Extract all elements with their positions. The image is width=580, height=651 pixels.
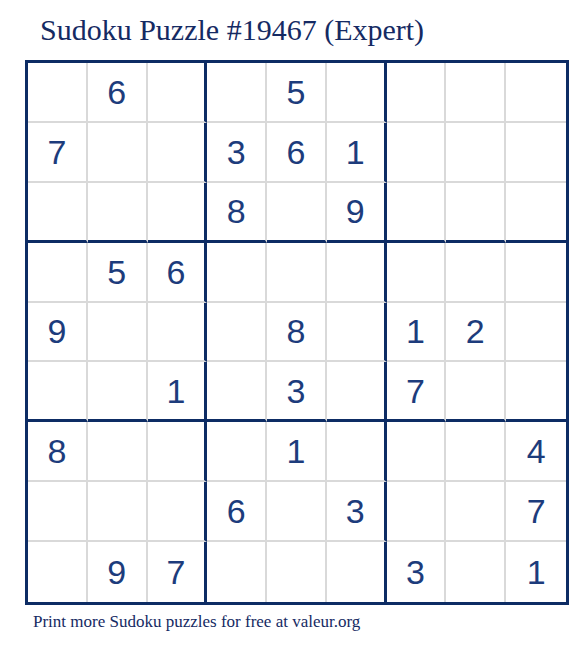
cell-r3c1 <box>28 183 88 243</box>
cell-r6c5: 3 <box>267 362 327 422</box>
cell-r8c1 <box>28 482 88 542</box>
cell-r9c2: 9 <box>88 542 148 602</box>
cell-r1c4 <box>207 63 267 123</box>
cell-r4c4 <box>207 243 267 303</box>
cell-r5c9 <box>506 303 566 363</box>
cell-r6c3: 1 <box>148 362 208 422</box>
cell-r5c7: 1 <box>387 303 447 363</box>
cell-r7c7 <box>387 422 447 482</box>
cell-r1c7 <box>387 63 447 123</box>
cell-r2c8 <box>446 123 506 183</box>
footer-text: Print more Sudoku puzzles for free at va… <box>33 612 360 632</box>
cell-r8c2 <box>88 482 148 542</box>
cell-r3c7 <box>387 183 447 243</box>
cell-r3c5 <box>267 183 327 243</box>
cell-r7c9: 4 <box>506 422 566 482</box>
cell-r2c9 <box>506 123 566 183</box>
cell-r3c2 <box>88 183 148 243</box>
cell-r1c1 <box>28 63 88 123</box>
cell-r5c1: 9 <box>28 303 88 363</box>
cell-r2c1: 7 <box>28 123 88 183</box>
cell-r9c3: 7 <box>148 542 208 602</box>
cell-r6c4 <box>207 362 267 422</box>
cell-r7c1: 8 <box>28 422 88 482</box>
cell-r9c4 <box>207 542 267 602</box>
cell-r5c6 <box>327 303 387 363</box>
cell-r8c8 <box>446 482 506 542</box>
cell-r8c4: 6 <box>207 482 267 542</box>
cell-r6c6 <box>327 362 387 422</box>
cell-r3c3 <box>148 183 208 243</box>
cell-r9c9: 1 <box>506 542 566 602</box>
cell-r2c3 <box>148 123 208 183</box>
cell-r1c2: 6 <box>88 63 148 123</box>
cell-r6c1 <box>28 362 88 422</box>
cell-r6c9 <box>506 362 566 422</box>
cell-r1c8 <box>446 63 506 123</box>
cell-r4c1 <box>28 243 88 303</box>
cell-r7c6 <box>327 422 387 482</box>
cell-r4c8 <box>446 243 506 303</box>
cell-r3c9 <box>506 183 566 243</box>
cell-r9c5 <box>267 542 327 602</box>
cell-r1c6 <box>327 63 387 123</box>
cell-r9c6 <box>327 542 387 602</box>
cell-r8c9: 7 <box>506 482 566 542</box>
cell-r4c7 <box>387 243 447 303</box>
cell-r4c9 <box>506 243 566 303</box>
cell-r1c3 <box>148 63 208 123</box>
cell-r6c8 <box>446 362 506 422</box>
cell-r1c9 <box>506 63 566 123</box>
cell-r3c6: 9 <box>327 183 387 243</box>
cell-r5c5: 8 <box>267 303 327 363</box>
cell-r6c2 <box>88 362 148 422</box>
cell-r3c4: 8 <box>207 183 267 243</box>
cell-r6c7: 7 <box>387 362 447 422</box>
cell-r7c3 <box>148 422 208 482</box>
cell-r4c2: 5 <box>88 243 148 303</box>
cell-r5c8: 2 <box>446 303 506 363</box>
cell-r5c3 <box>148 303 208 363</box>
cell-r9c7: 3 <box>387 542 447 602</box>
cell-r7c5: 1 <box>267 422 327 482</box>
cell-r8c6: 3 <box>327 482 387 542</box>
cell-r2c6: 1 <box>327 123 387 183</box>
cell-r7c4 <box>207 422 267 482</box>
cell-r7c2 <box>88 422 148 482</box>
cell-r5c4 <box>207 303 267 363</box>
page-title: Sudoku Puzzle #19467 (Expert) <box>40 13 424 47</box>
cell-r1c5: 5 <box>267 63 327 123</box>
sudoku-board: 657361895698121378146379731 <box>25 60 569 605</box>
cell-r2c4: 3 <box>207 123 267 183</box>
cell-r2c7 <box>387 123 447 183</box>
cell-r8c5 <box>267 482 327 542</box>
cell-r2c5: 6 <box>267 123 327 183</box>
cell-r2c2 <box>88 123 148 183</box>
cell-r8c7 <box>387 482 447 542</box>
cell-r8c3 <box>148 482 208 542</box>
cell-r9c1 <box>28 542 88 602</box>
cell-r5c2 <box>88 303 148 363</box>
cell-r4c5 <box>267 243 327 303</box>
cell-r9c8 <box>446 542 506 602</box>
cell-r4c3: 6 <box>148 243 208 303</box>
cell-r4c6 <box>327 243 387 303</box>
cell-r3c8 <box>446 183 506 243</box>
cell-r7c8 <box>446 422 506 482</box>
